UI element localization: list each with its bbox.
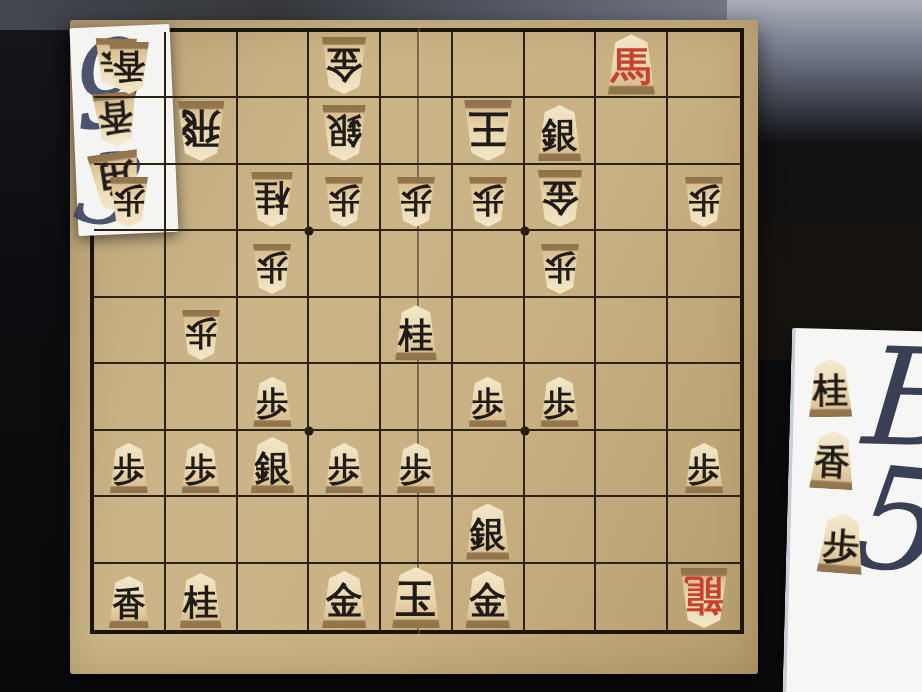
square-1f[interactable] (668, 364, 740, 430)
square-4c[interactable]: 歩 (453, 165, 525, 231)
square-7h[interactable] (238, 497, 310, 563)
piece-gote-king-4b[interactable]: 王 (461, 100, 514, 161)
square-1g[interactable]: 歩 (668, 431, 740, 497)
piece-gote-pawn-6c[interactable]: 歩 (323, 177, 365, 227)
piece-kanji: 歩 (185, 451, 217, 486)
square-1i[interactable]: 龍 (668, 564, 740, 630)
square-2h[interactable] (596, 497, 668, 563)
square-1b[interactable] (668, 98, 740, 164)
piece-kanji: 歩 (256, 252, 288, 287)
piece-sente-pawn-1g[interactable]: 歩 (683, 443, 725, 493)
square-5h[interactable] (381, 497, 453, 563)
piece-kanji: 歩 (544, 384, 576, 419)
square-3e[interactable] (525, 298, 597, 364)
square-1c[interactable]: 歩 (668, 165, 740, 231)
square-1a[interactable] (668, 32, 740, 98)
square-9i[interactable]: 香 (94, 564, 166, 630)
square-5g[interactable]: 歩 (381, 431, 453, 497)
square-1h[interactable] (668, 497, 740, 563)
piece-kanji: 桂 (183, 582, 218, 620)
piece-kanji: 歩 (822, 522, 861, 564)
piece-kanji: 歩 (328, 185, 360, 220)
square-2i[interactable] (596, 564, 668, 630)
square-5c[interactable]: 歩 (381, 165, 453, 231)
piece-sente-silver-4h[interactable]: 銀 (464, 504, 512, 560)
piece-gote-gold-6a[interactable]: 金 (320, 37, 369, 94)
square-9b[interactable] (94, 98, 166, 164)
piece-sente-pawn-3f[interactable]: 歩 (539, 377, 581, 427)
piece-kanji: 馬 (611, 43, 651, 86)
square-2g[interactable] (596, 431, 668, 497)
square-8f[interactable] (166, 364, 238, 430)
square-8e[interactable]: 歩 (166, 298, 238, 364)
square-5e[interactable]: 桂 (381, 298, 453, 364)
square-7d[interactable]: 歩 (238, 231, 310, 297)
square-6e[interactable] (309, 298, 381, 364)
square-3i[interactable] (525, 564, 597, 630)
square-9c[interactable]: 歩 (94, 165, 166, 231)
piece-sente-pawn-9g[interactable]: 歩 (108, 443, 150, 493)
piece-kanji: 飛 (181, 109, 221, 152)
piece-kanji: 金 (326, 580, 363, 620)
piece-kanji: 銀 (254, 446, 290, 485)
piece-kanji: 歩 (400, 185, 432, 220)
square-4a[interactable] (453, 32, 525, 98)
square-9e[interactable] (94, 298, 166, 364)
square-5b[interactable] (381, 98, 453, 164)
photo-scene: 香金馬飛銀王銀歩桂歩歩歩金歩歩歩歩桂歩歩歩歩歩銀歩歩歩銀香桂金玉金龍 9 3 歩… (0, 0, 922, 692)
piece-kanji: 玉 (396, 576, 436, 619)
piece-gote-silver-6b[interactable]: 銀 (320, 105, 368, 161)
square-6i[interactable]: 金 (309, 564, 381, 630)
piece-gote-pawn-7d[interactable]: 歩 (251, 244, 293, 294)
piece-gote-pawn-1c[interactable]: 歩 (683, 177, 725, 227)
piece-sente-silver-3b[interactable]: 銀 (536, 105, 584, 161)
piece-sente-knight-5e[interactable]: 桂 (393, 305, 439, 360)
piece-kanji: 銀 (326, 113, 362, 152)
piece-kanji: 歩 (400, 451, 432, 486)
piece-sente-pawn-8g[interactable]: 歩 (180, 443, 222, 493)
square-7a[interactable] (238, 32, 310, 98)
piece-kanji: 歩 (113, 185, 145, 220)
piece-sente-silver-7g[interactable]: 銀 (248, 437, 296, 493)
square-4f[interactable]: 歩 (453, 364, 525, 430)
square-4e[interactable] (453, 298, 525, 364)
square-7i[interactable] (238, 564, 310, 630)
square-9h[interactable] (94, 497, 166, 563)
piece-gote-lance-9a[interactable]: 香 (107, 42, 151, 94)
square-6c[interactable]: 歩 (309, 165, 381, 231)
square-4b[interactable]: 王 (453, 98, 525, 164)
piece-kanji: 香 (814, 440, 851, 480)
square-3c[interactable]: 金 (525, 165, 597, 231)
piece-sente-lance-9i[interactable]: 香 (107, 576, 151, 628)
piece-sente-knight-8i[interactable]: 桂 (178, 573, 224, 628)
piece-kanji: 銀 (470, 512, 506, 551)
piece-gote-pawn-4c[interactable]: 歩 (467, 177, 509, 227)
piece-sente-horse-2a[interactable]: 馬 (605, 34, 657, 94)
square-2a[interactable]: 馬 (596, 32, 668, 98)
square-5d[interactable] (381, 231, 453, 297)
piece-kanji: 香 (112, 584, 145, 620)
square-6g[interactable]: 歩 (309, 431, 381, 497)
square-6f[interactable] (309, 364, 381, 430)
board-grid: 香金馬飛銀王銀歩桂歩歩歩金歩歩歩歩桂歩歩歩歩歩銀歩歩歩銀香桂金玉金龍 (90, 28, 744, 634)
piece-sente-gold-6i[interactable]: 金 (320, 571, 369, 628)
square-7e[interactable] (238, 298, 310, 364)
piece-kanji: 龍 (684, 576, 724, 619)
piece-sente-gold-4i[interactable]: 金 (463, 571, 512, 628)
square-9g[interactable]: 歩 (94, 431, 166, 497)
piece-gote-pawn-8e[interactable]: 歩 (180, 310, 222, 360)
piece-kanji: 歩 (256, 384, 288, 419)
square-3h[interactable] (525, 497, 597, 563)
square-1d[interactable] (668, 231, 740, 297)
square-4g[interactable] (453, 431, 525, 497)
square-9a[interactable]: 香 (94, 32, 166, 98)
sente-captured-tray-card: B 5 桂香歩 (782, 328, 922, 692)
piece-kanji: 歩 (688, 451, 720, 486)
square-4h[interactable]: 銀 (453, 497, 525, 563)
square-2f[interactable] (596, 364, 668, 430)
piece-sente-pawn-6g[interactable]: 歩 (323, 443, 365, 493)
square-3b[interactable]: 銀 (525, 98, 597, 164)
square-5a[interactable] (381, 32, 453, 98)
piece-sente-pawn-4f[interactable]: 歩 (467, 377, 509, 427)
piece-gote-pawn-9c[interactable]: 歩 (108, 177, 150, 227)
piece-gote-knight-7c[interactable]: 桂 (249, 172, 295, 227)
square-3d[interactable]: 歩 (525, 231, 597, 297)
piece-gote-dragon-1i[interactable]: 龍 (678, 568, 730, 628)
piece-kanji: 金 (541, 179, 578, 219)
square-2c[interactable] (596, 165, 668, 231)
piece-kanji: 歩 (328, 451, 360, 486)
square-7g[interactable]: 銀 (238, 431, 310, 497)
square-7f[interactable]: 歩 (238, 364, 310, 430)
square-4d[interactable] (453, 231, 525, 297)
square-2e[interactable] (596, 298, 668, 364)
square-7b[interactable] (238, 98, 310, 164)
shogi-board: 香金馬飛銀王銀歩桂歩歩歩金歩歩歩歩桂歩歩歩歩歩銀歩歩歩銀香桂金玉金龍 (70, 20, 758, 674)
piece-sente-king-5i[interactable]: 玉 (389, 567, 442, 628)
piece-gote-pawn-3d[interactable]: 歩 (539, 244, 581, 294)
square-8d[interactable] (166, 231, 238, 297)
square-1e[interactable] (668, 298, 740, 364)
square-9d[interactable] (94, 231, 166, 297)
piece-kanji: 歩 (185, 318, 217, 353)
piece-kanji: 桂 (398, 314, 433, 352)
square-8b[interactable]: 飛 (166, 98, 238, 164)
square-5f[interactable] (381, 364, 453, 430)
piece-gote-dragon-8b[interactable]: 飛 (175, 101, 227, 161)
piece-kanji: 歩 (544, 252, 576, 287)
piece-kanji: 歩 (472, 384, 504, 419)
square-2b[interactable] (596, 98, 668, 164)
piece-kanji: 銀 (542, 113, 578, 152)
square-6a[interactable]: 金 (309, 32, 381, 98)
square-3f[interactable]: 歩 (525, 364, 597, 430)
square-6b[interactable]: 銀 (309, 98, 381, 164)
square-5i[interactable]: 玉 (381, 564, 453, 630)
piece-kanji: 金 (326, 46, 363, 86)
square-4i[interactable]: 金 (453, 564, 525, 630)
piece-sente-pawn-5g[interactable]: 歩 (395, 443, 437, 493)
piece-gote-gold-3c[interactable]: 金 (535, 170, 584, 227)
piece-kanji: 桂 (813, 369, 848, 407)
hand-piece-sente-knight[interactable]: 桂 (806, 359, 855, 417)
piece-sente-pawn-7f[interactable]: 歩 (251, 377, 293, 427)
piece-kanji: 歩 (688, 185, 720, 220)
square-6h[interactable] (309, 497, 381, 563)
square-7c[interactable]: 桂 (238, 165, 310, 231)
square-8a[interactable] (166, 32, 238, 98)
piece-kanji: 金 (469, 580, 506, 620)
square-9f[interactable] (94, 364, 166, 430)
piece-kanji: 歩 (113, 451, 145, 486)
piece-kanji: 桂 (255, 181, 290, 219)
square-2d[interactable] (596, 231, 668, 297)
square-8i[interactable]: 桂 (166, 564, 238, 630)
square-3a[interactable] (525, 32, 597, 98)
piece-kanji: 王 (468, 109, 508, 152)
square-8g[interactable]: 歩 (166, 431, 238, 497)
square-3g[interactable] (525, 431, 597, 497)
piece-kanji: 歩 (472, 185, 504, 220)
square-6d[interactable] (309, 231, 381, 297)
piece-gote-pawn-5c[interactable]: 歩 (395, 177, 437, 227)
square-8c[interactable] (166, 165, 238, 231)
square-8h[interactable] (166, 497, 238, 563)
piece-kanji: 香 (112, 51, 145, 87)
